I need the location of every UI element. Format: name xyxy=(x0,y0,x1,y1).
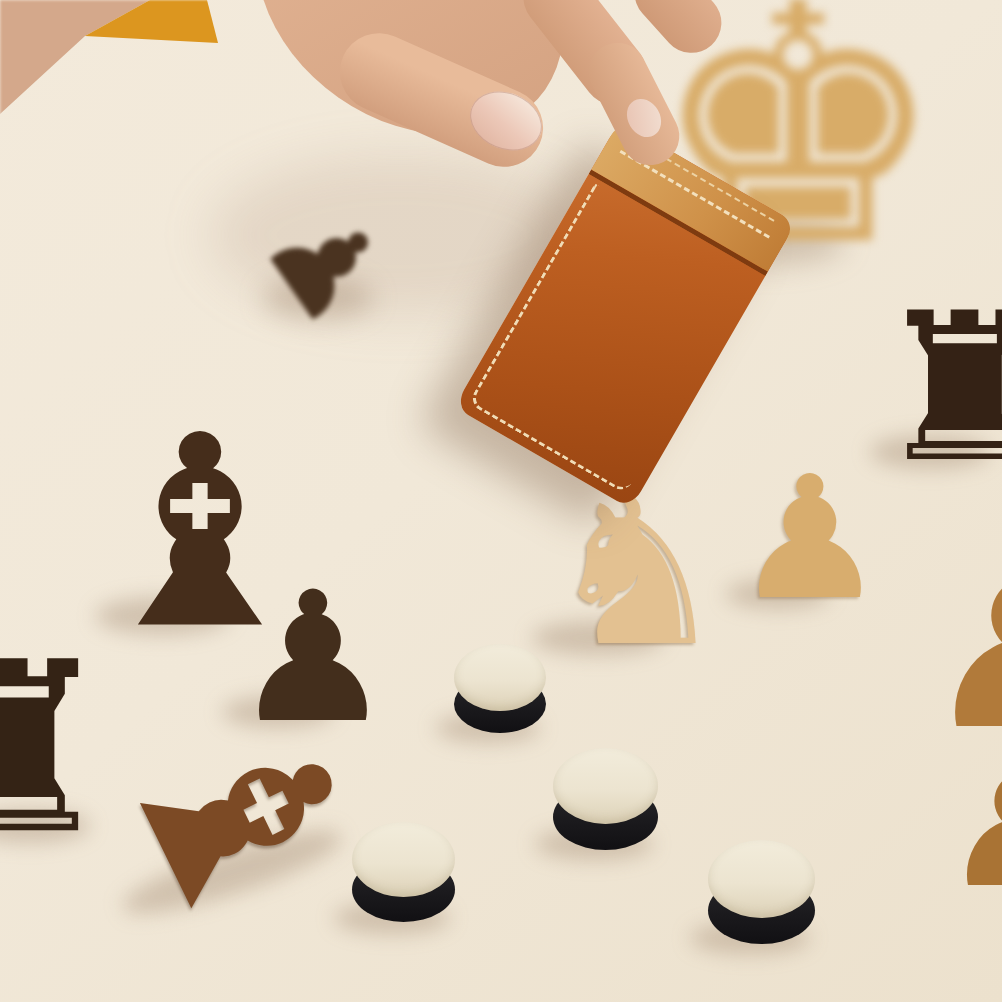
checker-2 xyxy=(553,748,658,853)
checker-3-cream-disc xyxy=(352,822,455,897)
checker-1-cream-disc xyxy=(454,644,546,711)
checker-3 xyxy=(352,822,455,925)
photo-canvas: { "game": "chess", "position": { "board"… xyxy=(0,0,1002,1002)
checker-2-cream-disc xyxy=(553,748,658,824)
checker-4-cream-disc xyxy=(708,840,815,918)
checker-4 xyxy=(708,840,815,947)
checker-1 xyxy=(454,644,546,736)
white-piece-right-lower: ♟ xyxy=(939,725,1002,915)
white-pawn: ♟ xyxy=(734,453,886,623)
white-knight: ♞ xyxy=(545,470,729,675)
black-rook-right: ♜ xyxy=(873,286,1002,491)
